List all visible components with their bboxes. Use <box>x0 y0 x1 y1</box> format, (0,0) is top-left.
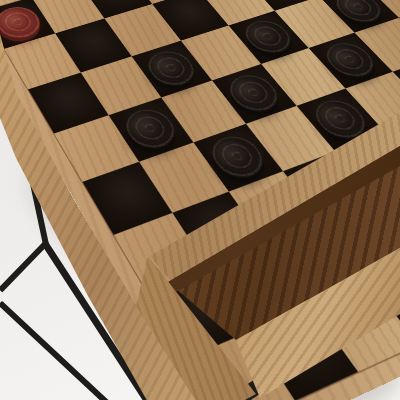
checkers-table-scene: ⛀⛂⛂⛂⛂⛂⛂⛂⛂⛂⛂ <box>0 0 400 400</box>
metal-frame-floor-rail <box>0 241 48 293</box>
